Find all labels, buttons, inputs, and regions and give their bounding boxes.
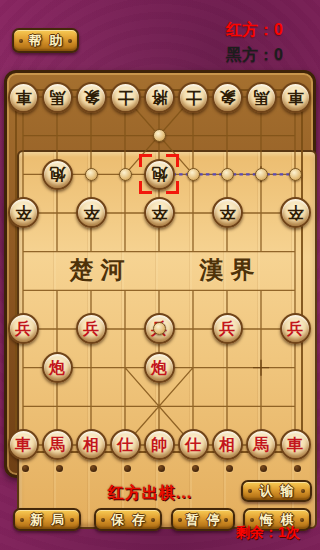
- frame-stud: [22, 465, 29, 472]
- frame-stud: [192, 465, 199, 472]
- piece-character: 士: [112, 84, 139, 111]
- move-hint-dot[interactable]: [289, 168, 302, 181]
- undo-remaining-value: 1次: [278, 524, 300, 540]
- piece-red-仕[interactable]: 仕: [110, 429, 141, 460]
- river-label-left: 楚河: [54, 254, 140, 286]
- piece-character: 仕: [112, 431, 139, 458]
- piece-black-將[interactable]: 將: [144, 82, 175, 113]
- piece-character: 士: [180, 84, 207, 111]
- piece-character: 卒: [78, 199, 105, 226]
- app-window: 帮助 红方：0 黑方：0 楚河 漢界 車馬象士將士象馬車炮炮卒卒卒卒卒兵兵兵兵兵…: [0, 0, 320, 550]
- new-game-button[interactable]: 新局: [13, 508, 81, 531]
- piece-character: 卒: [146, 199, 173, 226]
- move-hint-dot[interactable]: [255, 168, 268, 181]
- piece-red-帥[interactable]: 帥: [144, 429, 175, 460]
- pause-button-label: 暂停: [178, 511, 228, 529]
- piece-red-相[interactable]: 相: [76, 429, 107, 460]
- move-hint-dot[interactable]: [153, 322, 166, 335]
- piece-red-兵[interactable]: 兵: [76, 313, 107, 344]
- red-score-value: 0: [274, 21, 283, 38]
- move-hint-dot[interactable]: [119, 168, 132, 181]
- piece-character: 相: [78, 431, 105, 458]
- piece-character: 相: [214, 431, 241, 458]
- frame-stud: [56, 465, 63, 472]
- piece-character: 馬: [248, 84, 275, 111]
- frame-stud: [226, 465, 233, 472]
- piece-black-卒[interactable]: 卒: [76, 197, 107, 228]
- piece-character: 卒: [282, 199, 309, 226]
- piece-red-炮[interactable]: 炮: [42, 352, 73, 383]
- piece-character: 馬: [44, 431, 71, 458]
- piece-black-馬[interactable]: 馬: [42, 82, 73, 113]
- piece-black-象[interactable]: 象: [76, 82, 107, 113]
- piece-character: 卒: [214, 199, 241, 226]
- frame-stud: [294, 465, 301, 472]
- turn-status-text: 红方出棋...: [80, 483, 220, 504]
- piece-character: 兵: [214, 315, 241, 342]
- frame-stud: [158, 465, 165, 472]
- piece-character: 炮: [44, 354, 71, 381]
- piece-character: 卒: [10, 199, 37, 226]
- piece-red-炮[interactable]: 炮: [144, 352, 175, 383]
- piece-black-卒[interactable]: 卒: [212, 197, 243, 228]
- red-score-label: 红方：: [226, 21, 274, 38]
- move-hint-dot[interactable]: [187, 168, 200, 181]
- piece-character: 馬: [44, 84, 71, 111]
- piece-red-馬[interactable]: 馬: [246, 429, 277, 460]
- frame-stud: [260, 465, 267, 472]
- red-score: 红方：0: [226, 20, 283, 41]
- piece-red-兵[interactable]: 兵: [212, 313, 243, 344]
- piece-red-車[interactable]: 車: [8, 429, 39, 460]
- resign-button[interactable]: 认输: [241, 480, 312, 502]
- save-button[interactable]: 保存: [94, 508, 162, 531]
- piece-red-兵[interactable]: 兵: [8, 313, 39, 344]
- piece-character: 將: [146, 84, 173, 111]
- piece-black-士[interactable]: 士: [178, 82, 209, 113]
- frame-stud: [90, 465, 97, 472]
- pause-button[interactable]: 暂停: [171, 508, 235, 531]
- piece-character: 仕: [180, 431, 207, 458]
- piece-red-車[interactable]: 車: [280, 429, 311, 460]
- piece-character: 炮: [146, 161, 173, 188]
- move-hint-dot[interactable]: [85, 168, 98, 181]
- black-score-label: 黑方：: [226, 46, 274, 63]
- piece-character: 兵: [78, 315, 105, 342]
- piece-black-馬[interactable]: 馬: [246, 82, 277, 113]
- piece-character: 車: [282, 84, 309, 111]
- piece-red-馬[interactable]: 馬: [42, 429, 73, 460]
- piece-black-炮[interactable]: 炮: [144, 159, 175, 190]
- piece-black-炮[interactable]: 炮: [42, 159, 73, 190]
- piece-character: 車: [10, 84, 37, 111]
- piece-character: 炮: [44, 161, 71, 188]
- piece-black-士[interactable]: 士: [110, 82, 141, 113]
- piece-character: 車: [282, 431, 309, 458]
- piece-character: 象: [214, 84, 241, 111]
- save-button-label: 保存: [103, 511, 153, 529]
- black-score: 黑方：0: [226, 45, 283, 66]
- move-hint-dot[interactable]: [221, 168, 234, 181]
- piece-black-卒[interactable]: 卒: [280, 197, 311, 228]
- piece-character: 帥: [146, 431, 173, 458]
- black-score-value: 0: [274, 46, 283, 63]
- undo-remaining-label: 剩余：: [236, 524, 278, 540]
- piece-black-卒[interactable]: 卒: [8, 197, 39, 228]
- piece-character: 兵: [10, 315, 37, 342]
- piece-character: 車: [10, 431, 37, 458]
- piece-black-車[interactable]: 車: [8, 82, 39, 113]
- piece-character: 馬: [248, 431, 275, 458]
- resign-button-label: 认输: [252, 482, 302, 500]
- move-hint-dot[interactable]: [153, 129, 166, 142]
- river-label-right: 漢界: [184, 254, 270, 286]
- help-button[interactable]: 帮助: [12, 28, 79, 53]
- new-game-button-label: 新局: [22, 511, 72, 529]
- piece-character: 炮: [146, 354, 173, 381]
- help-button-label: 帮助: [21, 32, 71, 50]
- piece-character: 象: [78, 84, 105, 111]
- piece-red-兵[interactable]: 兵: [280, 313, 311, 344]
- piece-black-象[interactable]: 象: [212, 82, 243, 113]
- piece-red-仕[interactable]: 仕: [178, 429, 209, 460]
- piece-character: 兵: [282, 315, 309, 342]
- piece-black-卒[interactable]: 卒: [144, 197, 175, 228]
- frame-stud: [124, 465, 131, 472]
- undo-remaining-counter: 剩余：1次: [236, 524, 300, 542]
- piece-black-車[interactable]: 車: [280, 82, 311, 113]
- piece-red-相[interactable]: 相: [212, 429, 243, 460]
